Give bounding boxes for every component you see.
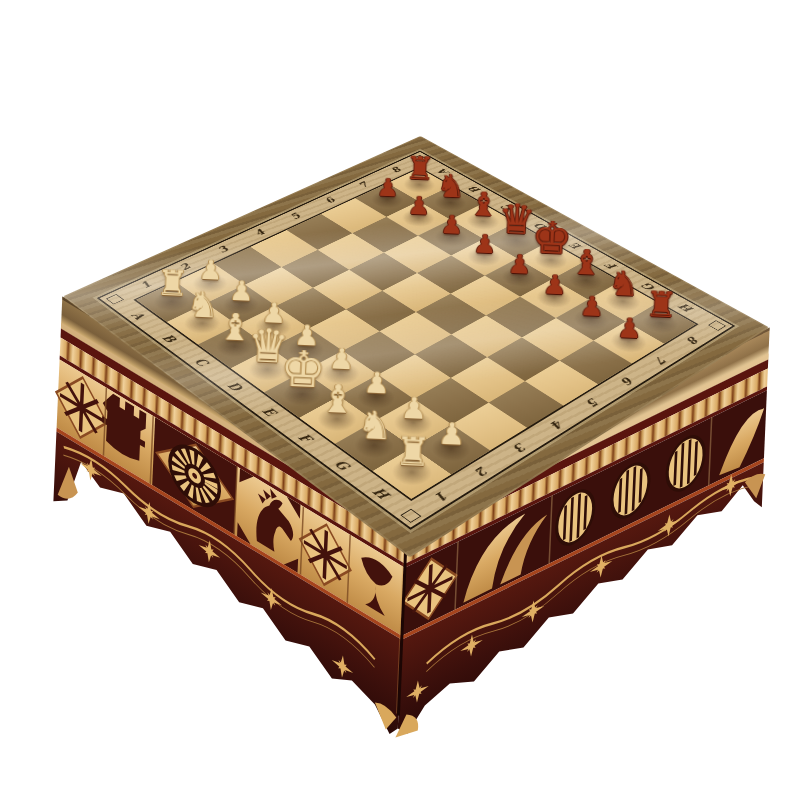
chess-board: ♜♞♝♛♚♝♞♜♟♟♟♟♟♟♟♟♟♟♟♟♟♟♟♟♜♞♝♛♚♝♞♜ AABBCCD…: [63, 136, 769, 558]
set-assembly: ♜♞♝♛♚♝♞♜♟♟♟♟♟♟♟♟♟♟♟♟♟♟♟♟♜♞♝♛♚♝♞♜ AABBCCD…: [0, 0, 786, 786]
board-tilt: ♜♞♝♛♚♝♞♜♟♟♟♟♟♟♟♟♟♟♟♟♟♟♟♟♜♞♝♛♚♝♞♜ AABBCCD…: [63, 136, 769, 558]
board-grid: ♜♞♝♛♚♝♞♜♟♟♟♟♟♟♟♟♟♟♟♟♟♟♟♟♜♞♝♛♚♝♞♜: [133, 167, 698, 501]
board-scene: ♜♞♝♛♚♝♞♜♟♟♟♟♟♟♟♟♟♟♟♟♟♟♟♟♜♞♝♛♚♝♞♜ AABBCCD…: [0, 0, 786, 786]
piece-red-pawn[interactable]: ♟: [594, 313, 664, 343]
piece-white-rook[interactable]: ♜: [374, 431, 452, 474]
carved-chess-set-photo: ♜♞♝♛♚♝♞♜♟♟♟♟♟♟♟♟♟♟♟♟♟♟♟♟♜♞♝♛♚♝♞♜ AABBCCD…: [0, 0, 786, 786]
